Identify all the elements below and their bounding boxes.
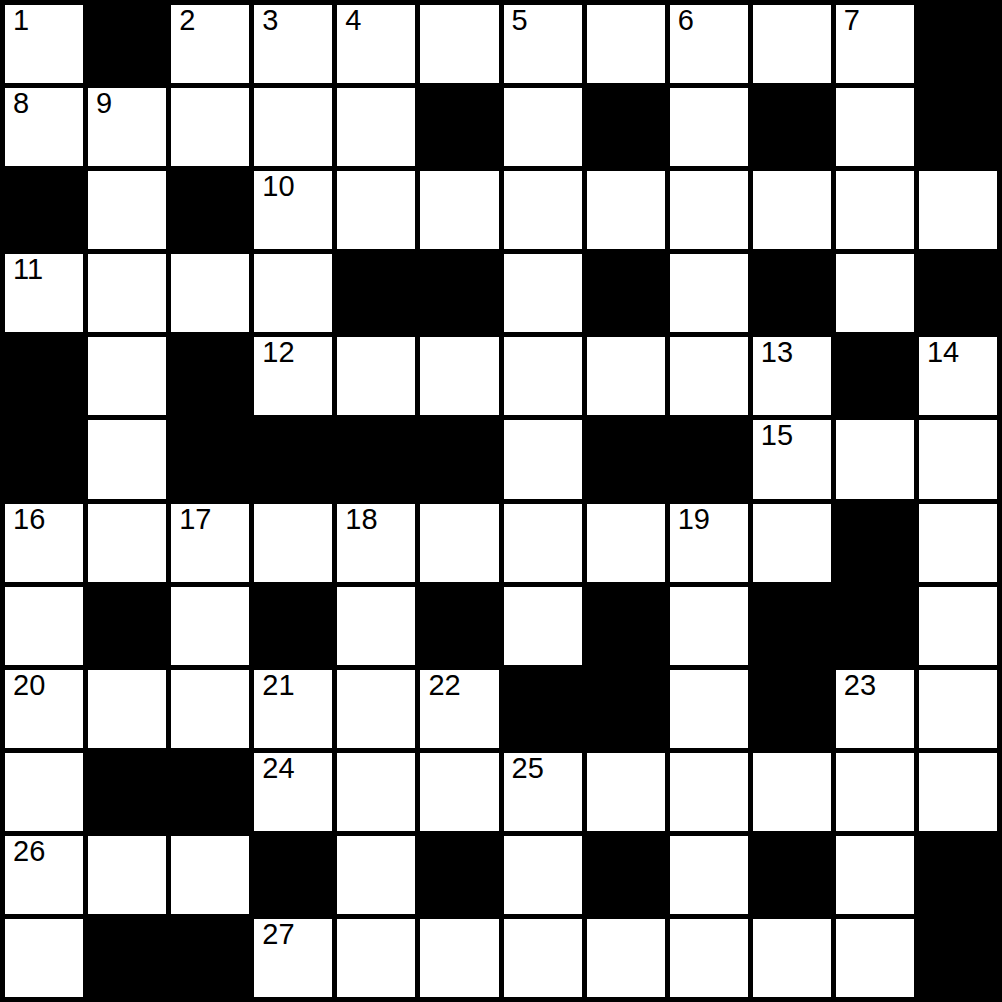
open-cell-r10c2[interactable] [171, 836, 249, 914]
open-cell-r0c4[interactable]: 4 [337, 5, 415, 83]
open-cell-r4c1[interactable] [88, 337, 166, 415]
clue-number-1: 1 [13, 5, 29, 35]
clue-number-13: 13 [761, 337, 793, 367]
open-cell-r7c6[interactable] [504, 587, 582, 665]
open-cell-r11c4[interactable] [337, 919, 415, 997]
open-cell-r1c1[interactable]: 9 [88, 88, 166, 166]
open-cell-r11c10[interactable] [836, 919, 914, 997]
block-cell-r1c5 [420, 88, 498, 166]
open-cell-r6c5[interactable] [420, 504, 498, 582]
open-cell-r2c4[interactable] [337, 171, 415, 249]
open-cell-r9c11[interactable] [919, 753, 997, 831]
clue-number-7: 7 [844, 5, 860, 35]
open-cell-r4c8[interactable] [670, 337, 748, 415]
open-cell-r6c2[interactable]: 17 [171, 504, 249, 582]
open-cell-r3c0[interactable]: 11 [5, 254, 83, 332]
block-cell-r3c11 [919, 254, 997, 332]
open-cell-r2c7[interactable] [587, 171, 665, 249]
open-cell-r0c10[interactable]: 7 [836, 5, 914, 83]
open-cell-r10c10[interactable] [836, 836, 914, 914]
block-cell-r8c6 [504, 670, 582, 748]
block-cell-r4c10 [836, 337, 914, 415]
block-cell-r10c7 [587, 836, 665, 914]
open-cell-r3c2[interactable] [171, 254, 249, 332]
open-cell-r6c11[interactable] [919, 504, 997, 582]
block-cell-r5c2 [171, 420, 249, 498]
open-cell-r0c8[interactable]: 6 [670, 5, 748, 83]
open-cell-r5c6[interactable] [504, 420, 582, 498]
open-cell-r4c6[interactable] [504, 337, 582, 415]
block-cell-r1c9 [753, 88, 831, 166]
open-cell-r8c1[interactable] [88, 670, 166, 748]
open-cell-r11c6[interactable] [504, 919, 582, 997]
open-cell-r7c11[interactable] [919, 587, 997, 665]
open-cell-r7c8[interactable] [670, 587, 748, 665]
block-cell-r5c0 [5, 420, 83, 498]
open-cell-r10c6[interactable] [504, 836, 582, 914]
clue-number-4: 4 [345, 5, 361, 35]
open-cell-r8c11[interactable] [919, 670, 997, 748]
open-cell-r9c3[interactable]: 24 [254, 753, 332, 831]
open-cell-r0c3[interactable]: 3 [254, 5, 332, 83]
open-cell-r2c8[interactable] [670, 171, 748, 249]
clue-number-18: 18 [345, 504, 377, 534]
open-cell-r6c1[interactable] [88, 504, 166, 582]
open-cell-r1c4[interactable] [337, 88, 415, 166]
open-cell-r7c4[interactable] [337, 587, 415, 665]
open-cell-r7c2[interactable] [171, 587, 249, 665]
open-cell-r9c6[interactable]: 25 [504, 753, 582, 831]
open-cell-r4c4[interactable] [337, 337, 415, 415]
open-cell-r9c4[interactable] [337, 753, 415, 831]
open-cell-r2c9[interactable] [753, 171, 831, 249]
open-cell-r0c9[interactable] [753, 5, 831, 83]
clue-number-11: 11 [13, 254, 43, 284]
block-cell-r6c10 [836, 504, 914, 582]
block-cell-r2c0 [5, 171, 83, 249]
open-cell-r8c3[interactable]: 21 [254, 670, 332, 748]
open-cell-r1c8[interactable] [670, 88, 748, 166]
open-cell-r1c10[interactable] [836, 88, 914, 166]
block-cell-r11c11 [919, 919, 997, 997]
block-cell-r3c9 [753, 254, 831, 332]
open-cell-r9c8[interactable] [670, 753, 748, 831]
open-cell-r1c3[interactable] [254, 88, 332, 166]
open-cell-r0c7[interactable] [587, 5, 665, 83]
clue-number-12: 12 [262, 337, 294, 367]
open-cell-r0c2[interactable]: 2 [171, 5, 249, 83]
block-cell-r1c7 [587, 88, 665, 166]
open-cell-r3c3[interactable] [254, 254, 332, 332]
open-cell-r10c4[interactable] [337, 836, 415, 914]
clue-number-23: 23 [844, 670, 876, 700]
clue-number-17: 17 [179, 504, 211, 534]
block-cell-r7c9 [753, 587, 831, 665]
open-cell-r11c3[interactable]: 27 [254, 919, 332, 997]
block-cell-r7c5 [420, 587, 498, 665]
clue-number-8: 8 [13, 88, 29, 118]
open-cell-r6c0[interactable]: 16 [5, 504, 83, 582]
open-cell-r2c10[interactable] [836, 171, 914, 249]
open-cell-r9c9[interactable] [753, 753, 831, 831]
open-cell-r8c5[interactable]: 22 [420, 670, 498, 748]
block-cell-r5c3 [254, 420, 332, 498]
open-cell-r9c0[interactable] [5, 753, 83, 831]
block-cell-r5c7 [587, 420, 665, 498]
open-cell-r8c8[interactable] [670, 670, 748, 748]
clue-number-26: 26 [13, 836, 45, 866]
block-cell-r5c4 [337, 420, 415, 498]
block-cell-r0c11 [919, 5, 997, 83]
open-cell-r5c11[interactable] [919, 420, 997, 498]
open-cell-r4c5[interactable] [420, 337, 498, 415]
clue-number-16: 16 [13, 504, 45, 534]
open-cell-r4c11[interactable]: 14 [919, 337, 997, 415]
open-cell-r4c3[interactable]: 12 [254, 337, 332, 415]
open-cell-r10c0[interactable]: 26 [5, 836, 83, 914]
block-cell-r10c9 [753, 836, 831, 914]
block-cell-r3c4 [337, 254, 415, 332]
open-cell-r7c0[interactable] [5, 587, 83, 665]
block-cell-r10c3 [254, 836, 332, 914]
clue-number-2: 2 [179, 5, 195, 35]
block-cell-r7c3 [254, 587, 332, 665]
block-cell-r9c1 [88, 753, 166, 831]
open-cell-r2c5[interactable] [420, 171, 498, 249]
open-cell-r3c8[interactable] [670, 254, 748, 332]
open-cell-r4c7[interactable] [587, 337, 665, 415]
clue-number-25: 25 [512, 753, 544, 783]
open-cell-r3c6[interactable] [504, 254, 582, 332]
open-cell-r9c7[interactable] [587, 753, 665, 831]
open-cell-r1c2[interactable] [171, 88, 249, 166]
block-cell-r3c5 [420, 254, 498, 332]
open-cell-r2c6[interactable] [504, 171, 582, 249]
open-cell-r11c0[interactable] [5, 919, 83, 997]
block-cell-r9c2 [171, 753, 249, 831]
block-cell-r5c8 [670, 420, 748, 498]
clue-number-21: 21 [262, 670, 294, 700]
block-cell-r5c5 [420, 420, 498, 498]
clue-number-24: 24 [262, 753, 294, 783]
open-cell-r10c1[interactable] [88, 836, 166, 914]
block-cell-r8c7 [587, 670, 665, 748]
clue-number-10: 10 [262, 171, 294, 201]
block-cell-r11c2 [171, 919, 249, 997]
open-cell-r2c11[interactable] [919, 171, 997, 249]
open-cell-r11c7[interactable] [587, 919, 665, 997]
open-cell-r0c0[interactable]: 1 [5, 5, 83, 83]
open-cell-r9c10[interactable] [836, 753, 914, 831]
clue-number-6: 6 [678, 5, 694, 35]
block-cell-r10c5 [420, 836, 498, 914]
block-cell-r4c2 [171, 337, 249, 415]
block-cell-r1c11 [919, 88, 997, 166]
open-cell-r6c6[interactable] [504, 504, 582, 582]
open-cell-r3c10[interactable] [836, 254, 914, 332]
open-cell-r3c1[interactable] [88, 254, 166, 332]
block-cell-r7c7 [587, 587, 665, 665]
block-cell-r0c1 [88, 5, 166, 83]
open-cell-r8c4[interactable] [337, 670, 415, 748]
open-cell-r6c4[interactable]: 18 [337, 504, 415, 582]
block-cell-r11c1 [88, 919, 166, 997]
open-cell-r6c7[interactable] [587, 504, 665, 582]
open-cell-r6c9[interactable] [753, 504, 831, 582]
clue-number-15: 15 [761, 420, 793, 450]
block-cell-r3c7 [587, 254, 665, 332]
clue-number-19: 19 [678, 504, 710, 534]
open-cell-r0c6[interactable]: 5 [504, 5, 582, 83]
open-cell-r8c2[interactable] [171, 670, 249, 748]
block-cell-r4c0 [5, 337, 83, 415]
open-cell-r9c5[interactable] [420, 753, 498, 831]
block-cell-r10c11 [919, 836, 997, 914]
block-cell-r7c1 [88, 587, 166, 665]
block-cell-r2c2 [171, 171, 249, 249]
clue-number-14: 14 [927, 337, 959, 367]
clue-number-27: 27 [262, 919, 294, 949]
clue-number-5: 5 [512, 5, 528, 35]
open-cell-r2c3[interactable]: 10 [254, 171, 332, 249]
open-cell-r8c10[interactable]: 23 [836, 670, 914, 748]
open-cell-r4c9[interactable]: 13 [753, 337, 831, 415]
clue-number-9: 9 [96, 88, 112, 118]
open-cell-r2c1[interactable] [88, 171, 166, 249]
open-cell-r8c0[interactable]: 20 [5, 670, 83, 748]
clue-number-20: 20 [13, 670, 45, 700]
open-cell-r5c9[interactable]: 15 [753, 420, 831, 498]
open-cell-r11c5[interactable] [420, 919, 498, 997]
open-cell-r1c0[interactable]: 8 [5, 88, 83, 166]
crossword-board: 1234567891011121314151617181920212223242… [0, 0, 1002, 1002]
open-cell-r0c5[interactable] [420, 5, 498, 83]
clue-number-22: 22 [428, 670, 460, 700]
open-cell-r6c3[interactable] [254, 504, 332, 582]
block-cell-r8c9 [753, 670, 831, 748]
open-cell-r11c9[interactable] [753, 919, 831, 997]
open-cell-r6c8[interactable]: 19 [670, 504, 748, 582]
open-cell-r1c6[interactable] [504, 88, 582, 166]
open-cell-r10c8[interactable] [670, 836, 748, 914]
open-cell-r11c8[interactable] [670, 919, 748, 997]
clue-number-3: 3 [262, 5, 278, 35]
open-cell-r5c1[interactable] [88, 420, 166, 498]
open-cell-r5c10[interactable] [836, 420, 914, 498]
block-cell-r7c10 [836, 587, 914, 665]
